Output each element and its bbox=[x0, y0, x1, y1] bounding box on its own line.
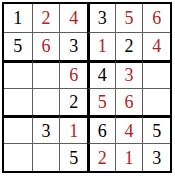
cell-r5c3[interactable]: 1 bbox=[59, 115, 87, 143]
cell-r3c1[interactable] bbox=[4, 60, 32, 88]
cell-r4c2[interactable] bbox=[32, 88, 60, 116]
cell-r6c5[interactable]: 1 bbox=[115, 143, 143, 171]
cell-r4c3[interactable]: 2 bbox=[59, 88, 87, 116]
cell-r2c1[interactable]: 5 bbox=[4, 32, 32, 60]
cell-r1c4[interactable]: 3 bbox=[87, 4, 115, 32]
cell-r5c2[interactable]: 3 bbox=[32, 115, 60, 143]
cell-r6c1[interactable] bbox=[4, 143, 32, 171]
cell-r3c4[interactable]: 4 bbox=[87, 60, 115, 88]
cell-r2c6[interactable]: 4 bbox=[142, 32, 170, 60]
cell-r1c5[interactable]: 5 bbox=[115, 4, 143, 32]
cell-r1c2[interactable]: 2 bbox=[32, 4, 60, 32]
cell-r1c6[interactable]: 6 bbox=[142, 4, 170, 32]
cell-r1c3[interactable]: 4 bbox=[59, 4, 87, 32]
cell-r4c4[interactable]: 5 bbox=[87, 88, 115, 116]
cell-r3c2[interactable] bbox=[32, 60, 60, 88]
cell-r4c5[interactable]: 6 bbox=[115, 88, 143, 116]
cell-r2c2[interactable]: 6 bbox=[32, 32, 60, 60]
cell-r4c1[interactable] bbox=[4, 88, 32, 116]
cell-r3c5[interactable]: 3 bbox=[115, 60, 143, 88]
cell-r1c1[interactable]: 1 bbox=[4, 4, 32, 32]
cell-r6c6[interactable]: 3 bbox=[142, 143, 170, 171]
cell-r4c6[interactable] bbox=[142, 88, 170, 116]
cell-r5c1[interactable] bbox=[4, 115, 32, 143]
cell-r5c5[interactable]: 4 bbox=[115, 115, 143, 143]
cell-r3c3[interactable]: 6 bbox=[59, 60, 87, 88]
cell-r5c4[interactable]: 6 bbox=[87, 115, 115, 143]
cell-r6c3[interactable]: 5 bbox=[59, 143, 87, 171]
sudoku-board: 124356563124643256316455213 bbox=[2, 2, 172, 173]
cell-r2c5[interactable]: 2 bbox=[115, 32, 143, 60]
cell-r6c2[interactable] bbox=[32, 143, 60, 171]
cell-r2c4[interactable]: 1 bbox=[87, 32, 115, 60]
cell-r3c6[interactable] bbox=[142, 60, 170, 88]
cell-r2c3[interactable]: 3 bbox=[59, 32, 87, 60]
cell-r6c4[interactable]: 2 bbox=[87, 143, 115, 171]
cell-r5c6[interactable]: 5 bbox=[142, 115, 170, 143]
